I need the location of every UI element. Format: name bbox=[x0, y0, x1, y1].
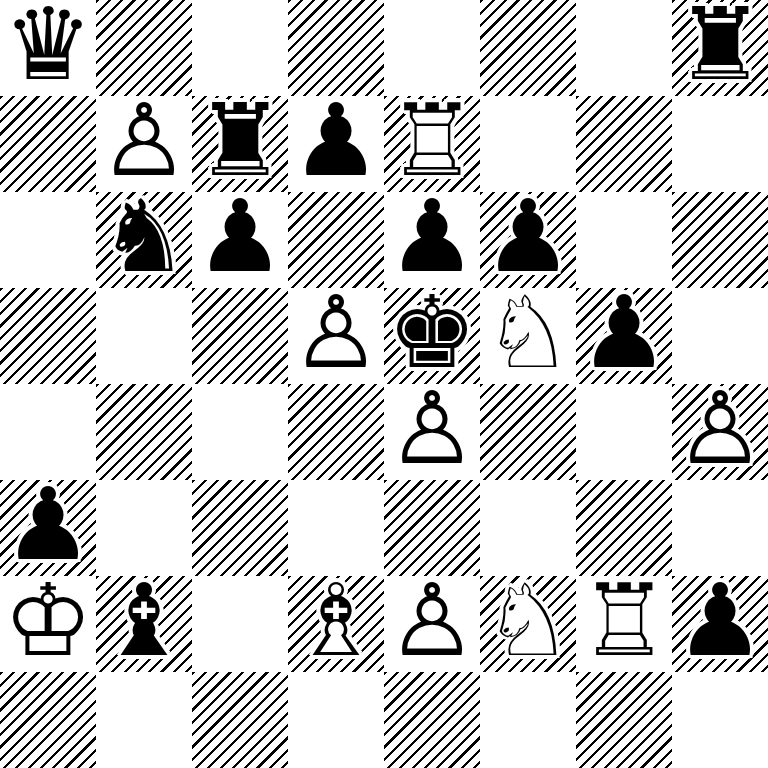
square-e1[interactable] bbox=[384, 672, 480, 768]
square-h4[interactable]: ♟♙ bbox=[672, 384, 768, 480]
square-d8[interactable] bbox=[288, 0, 384, 96]
black-pawn-glyph: ♟ bbox=[672, 576, 768, 672]
white-bishop-glyph: ♗ bbox=[288, 576, 384, 672]
square-b7[interactable]: ♟♙ bbox=[96, 96, 192, 192]
square-h1[interactable] bbox=[672, 672, 768, 768]
square-c3[interactable] bbox=[192, 480, 288, 576]
white-pawn-b7[interactable]: ♟♙ bbox=[96, 96, 192, 192]
white-pawn-glyph: ♙ bbox=[672, 384, 768, 480]
square-e3[interactable] bbox=[384, 480, 480, 576]
square-g8[interactable] bbox=[576, 0, 672, 96]
white-knight-f2[interactable]: ♞♘ bbox=[480, 576, 576, 672]
white-knight-glyph: ♘ bbox=[480, 288, 576, 384]
square-e8[interactable] bbox=[384, 0, 480, 96]
square-h3[interactable] bbox=[672, 480, 768, 576]
square-f8[interactable] bbox=[480, 0, 576, 96]
black-pawn-f6[interactable]: ♟ bbox=[480, 192, 576, 288]
square-g4[interactable] bbox=[576, 384, 672, 480]
square-c1[interactable] bbox=[192, 672, 288, 768]
white-pawn-glyph: ♙ bbox=[288, 288, 384, 384]
square-b3[interactable] bbox=[96, 480, 192, 576]
square-h6[interactable] bbox=[672, 192, 768, 288]
white-pawn-d5[interactable]: ♟♙ bbox=[288, 288, 384, 384]
black-pawn-glyph: ♟ bbox=[576, 288, 672, 384]
square-a7[interactable] bbox=[0, 96, 96, 192]
square-g3[interactable] bbox=[576, 480, 672, 576]
white-knight-glyph: ♘ bbox=[480, 576, 576, 672]
square-c5[interactable] bbox=[192, 288, 288, 384]
square-h5[interactable] bbox=[672, 288, 768, 384]
square-a5[interactable] bbox=[0, 288, 96, 384]
square-h7[interactable] bbox=[672, 96, 768, 192]
black-queen-glyph: ♛ bbox=[0, 0, 96, 96]
black-king-glyph: ♚ bbox=[384, 288, 480, 384]
square-g1[interactable] bbox=[576, 672, 672, 768]
square-d4[interactable] bbox=[288, 384, 384, 480]
white-pawn-glyph: ♙ bbox=[384, 576, 480, 672]
square-c6[interactable]: ♟ bbox=[192, 192, 288, 288]
square-e7[interactable]: ♜♖ bbox=[384, 96, 480, 192]
square-e5[interactable]: ♚ bbox=[384, 288, 480, 384]
square-e4[interactable]: ♟♙ bbox=[384, 384, 480, 480]
black-rook-c7[interactable]: ♜ bbox=[192, 96, 288, 192]
black-pawn-g5[interactable]: ♟ bbox=[576, 288, 672, 384]
square-e2[interactable]: ♟♙ bbox=[384, 576, 480, 672]
square-a1[interactable] bbox=[0, 672, 96, 768]
white-pawn-glyph: ♙ bbox=[96, 96, 192, 192]
square-g2[interactable]: ♜♖ bbox=[576, 576, 672, 672]
square-h2[interactable]: ♟ bbox=[672, 576, 768, 672]
black-pawn-glyph: ♟ bbox=[0, 480, 96, 576]
square-b2[interactable]: ♝ bbox=[96, 576, 192, 672]
white-king-a2[interactable]: ♚♔ bbox=[0, 576, 96, 672]
white-pawn-e4[interactable]: ♟♙ bbox=[384, 384, 480, 480]
square-f2[interactable]: ♞♘ bbox=[480, 576, 576, 672]
white-pawn-e2[interactable]: ♟♙ bbox=[384, 576, 480, 672]
square-c8[interactable] bbox=[192, 0, 288, 96]
black-bishop-b2[interactable]: ♝ bbox=[96, 576, 192, 672]
white-king-glyph: ♔ bbox=[0, 576, 96, 672]
black-bishop-glyph: ♝ bbox=[96, 576, 192, 672]
square-f1[interactable] bbox=[480, 672, 576, 768]
square-a6[interactable] bbox=[0, 192, 96, 288]
square-a4[interactable] bbox=[0, 384, 96, 480]
square-b4[interactable] bbox=[96, 384, 192, 480]
square-e6[interactable]: ♟ bbox=[384, 192, 480, 288]
black-pawn-c6[interactable]: ♟ bbox=[192, 192, 288, 288]
black-pawn-glyph: ♟ bbox=[288, 96, 384, 192]
black-pawn-glyph: ♟ bbox=[384, 192, 480, 288]
square-f4[interactable] bbox=[480, 384, 576, 480]
white-rook-glyph: ♖ bbox=[576, 576, 672, 672]
square-f7[interactable] bbox=[480, 96, 576, 192]
black-queen-a8[interactable]: ♛ bbox=[0, 0, 96, 96]
black-pawn-e6[interactable]: ♟ bbox=[384, 192, 480, 288]
black-pawn-d7[interactable]: ♟ bbox=[288, 96, 384, 192]
white-knight-f5[interactable]: ♞♘ bbox=[480, 288, 576, 384]
square-a3[interactable]: ♟ bbox=[0, 480, 96, 576]
black-rook-glyph: ♜ bbox=[192, 96, 288, 192]
square-g6[interactable] bbox=[576, 192, 672, 288]
square-g5[interactable]: ♟ bbox=[576, 288, 672, 384]
square-d2[interactable]: ♝♗ bbox=[288, 576, 384, 672]
white-rook-e7[interactable]: ♜♖ bbox=[384, 96, 480, 192]
black-pawn-glyph: ♟ bbox=[192, 192, 288, 288]
black-knight-b6[interactable]: ♞ bbox=[96, 192, 192, 288]
black-pawn-glyph: ♟ bbox=[480, 192, 576, 288]
square-b1[interactable] bbox=[96, 672, 192, 768]
black-king-e5[interactable]: ♚ bbox=[384, 288, 480, 384]
square-f3[interactable] bbox=[480, 480, 576, 576]
square-h8[interactable]: ♜ bbox=[672, 0, 768, 96]
black-pawn-h2[interactable]: ♟ bbox=[672, 576, 768, 672]
square-a8[interactable]: ♛ bbox=[0, 0, 96, 96]
white-rook-g2[interactable]: ♜♖ bbox=[576, 576, 672, 672]
white-pawn-glyph: ♙ bbox=[384, 384, 480, 480]
white-rook-glyph: ♖ bbox=[384, 96, 480, 192]
white-pawn-h4[interactable]: ♟♙ bbox=[672, 384, 768, 480]
square-d6[interactable] bbox=[288, 192, 384, 288]
square-g7[interactable] bbox=[576, 96, 672, 192]
black-rook-glyph: ♜ bbox=[672, 0, 768, 96]
black-knight-glyph: ♞ bbox=[96, 192, 192, 288]
square-b6[interactable]: ♞ bbox=[96, 192, 192, 288]
white-bishop-d2[interactable]: ♝♗ bbox=[288, 576, 384, 672]
square-d7[interactable]: ♟ bbox=[288, 96, 384, 192]
square-c2[interactable] bbox=[192, 576, 288, 672]
square-f5[interactable]: ♞♘ bbox=[480, 288, 576, 384]
square-d3[interactable] bbox=[288, 480, 384, 576]
chess-board: ♛♜♟♙♜♟♜♖♞♟♟♟♟♙♚♞♘♟♟♙♟♙♟♚♔♝♝♗♟♙♞♘♜♖♟ bbox=[0, 0, 768, 768]
black-rook-h8[interactable]: ♜ bbox=[672, 0, 768, 96]
square-f6[interactable]: ♟ bbox=[480, 192, 576, 288]
square-c4[interactable] bbox=[192, 384, 288, 480]
black-pawn-a3[interactable]: ♟ bbox=[0, 480, 96, 576]
square-b5[interactable] bbox=[96, 288, 192, 384]
square-b8[interactable] bbox=[96, 0, 192, 96]
square-a2[interactable]: ♚♔ bbox=[0, 576, 96, 672]
chessboard-diagram: ♛♜♟♙♜♟♜♖♞♟♟♟♟♙♚♞♘♟♟♙♟♙♟♚♔♝♝♗♟♙♞♘♜♖♟ bbox=[0, 0, 768, 768]
square-d1[interactable] bbox=[288, 672, 384, 768]
square-d5[interactable]: ♟♙ bbox=[288, 288, 384, 384]
square-c7[interactable]: ♜ bbox=[192, 96, 288, 192]
